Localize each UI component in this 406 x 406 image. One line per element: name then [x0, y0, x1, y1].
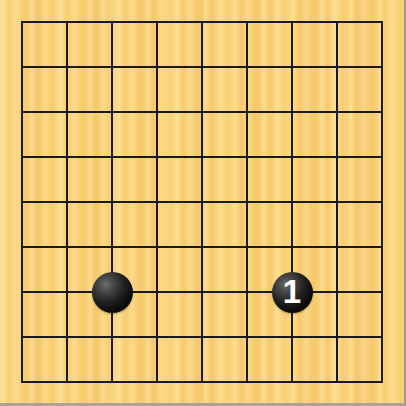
stone-black-g3: 1 — [272, 272, 313, 313]
stone-black-c3 — [92, 272, 133, 313]
move-number-label: 1 — [283, 275, 301, 308]
go-board[interactable]: 1 — [0, 0, 406, 406]
stones-layer: 1 — [0, 0, 405, 405]
